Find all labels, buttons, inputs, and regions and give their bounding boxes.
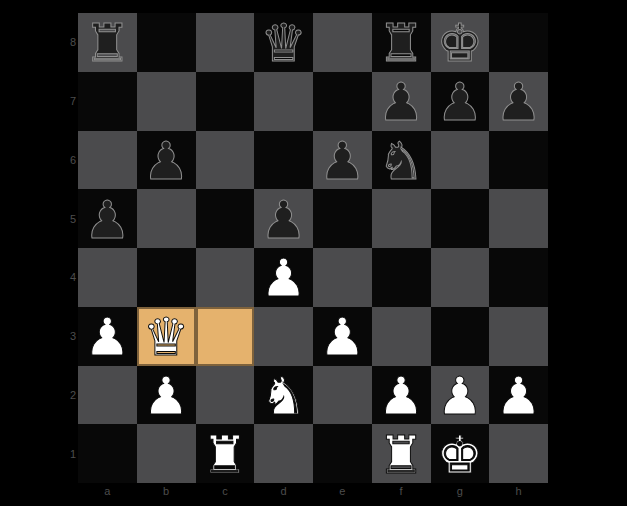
black-king-piece[interactable]: ♚ xyxy=(437,17,484,69)
square-g7[interactable]: ♟ xyxy=(431,72,490,131)
square-b2[interactable]: ♟ xyxy=(137,366,196,425)
square-e6[interactable]: ♟ xyxy=(313,131,372,190)
square-c5[interactable] xyxy=(196,189,255,248)
square-a7[interactable] xyxy=(78,72,137,131)
chess-app: 87654321 ♜♛♜♚♟♟♟♟♟♞♟♟♟♟♛♟♟♞♟♟♟♜♜♚ abcdef… xyxy=(0,0,627,506)
square-a6[interactable] xyxy=(78,131,137,190)
square-e8[interactable] xyxy=(313,13,372,72)
square-f7[interactable]: ♟ xyxy=(372,72,431,131)
square-d3[interactable] xyxy=(254,307,313,366)
square-g5[interactable] xyxy=(431,189,490,248)
square-c7[interactable] xyxy=(196,72,255,131)
file-label-d: d xyxy=(254,483,313,501)
file-label-b: b xyxy=(137,483,196,501)
square-h2[interactable]: ♟ xyxy=(489,366,548,425)
square-g6[interactable] xyxy=(431,131,490,190)
square-b1[interactable] xyxy=(137,424,196,483)
white-pawn-piece[interactable]: ♟ xyxy=(319,311,366,363)
square-a3[interactable]: ♟ xyxy=(78,307,137,366)
square-h1[interactable] xyxy=(489,424,548,483)
square-g2[interactable]: ♟ xyxy=(431,366,490,425)
square-e7[interactable] xyxy=(313,72,372,131)
square-d2[interactable]: ♞ xyxy=(254,366,313,425)
black-rook-piece[interactable]: ♜ xyxy=(378,17,425,69)
file-label-c: c xyxy=(196,483,255,501)
white-pawn-piece[interactable]: ♟ xyxy=(143,370,190,422)
square-c2[interactable] xyxy=(196,366,255,425)
white-rook-piece[interactable]: ♜ xyxy=(378,429,425,481)
square-d8[interactable]: ♛ xyxy=(254,13,313,72)
black-pawn-piece[interactable]: ♟ xyxy=(260,194,307,246)
square-c3[interactable] xyxy=(196,307,255,366)
black-knight-piece[interactable]: ♞ xyxy=(378,135,425,187)
file-label-h: h xyxy=(489,483,548,501)
black-pawn-piece[interactable]: ♟ xyxy=(319,135,366,187)
square-b7[interactable] xyxy=(137,72,196,131)
file-label-a: a xyxy=(78,483,137,501)
square-b6[interactable]: ♟ xyxy=(137,131,196,190)
square-g8[interactable]: ♚ xyxy=(431,13,490,72)
white-queen-piece[interactable]: ♛ xyxy=(143,311,190,363)
square-a4[interactable] xyxy=(78,248,137,307)
square-c1[interactable]: ♜ xyxy=(196,424,255,483)
file-label-f: f xyxy=(372,483,431,501)
square-c8[interactable] xyxy=(196,13,255,72)
square-f6[interactable]: ♞ xyxy=(372,131,431,190)
square-d7[interactable] xyxy=(254,72,313,131)
square-a1[interactable] xyxy=(78,424,137,483)
black-rook-piece[interactable]: ♜ xyxy=(84,17,131,69)
file-label-g: g xyxy=(431,483,490,501)
file-label-e: e xyxy=(313,483,372,501)
square-b4[interactable] xyxy=(137,248,196,307)
square-f8[interactable]: ♜ xyxy=(372,13,431,72)
black-queen-piece[interactable]: ♛ xyxy=(260,17,307,69)
square-h3[interactable] xyxy=(489,307,548,366)
square-d1[interactable] xyxy=(254,424,313,483)
white-pawn-piece[interactable]: ♟ xyxy=(84,311,131,363)
square-h8[interactable] xyxy=(489,13,548,72)
square-c4[interactable] xyxy=(196,248,255,307)
white-knight-piece[interactable]: ♞ xyxy=(260,370,307,422)
square-g1[interactable]: ♚ xyxy=(431,424,490,483)
square-a8[interactable]: ♜ xyxy=(78,13,137,72)
white-pawn-piece[interactable]: ♟ xyxy=(495,370,542,422)
square-a5[interactable]: ♟ xyxy=(78,189,137,248)
square-g3[interactable] xyxy=(431,307,490,366)
square-b3[interactable]: ♛ xyxy=(137,307,196,366)
square-h5[interactable] xyxy=(489,189,548,248)
white-rook-piece[interactable]: ♜ xyxy=(202,429,249,481)
chess-board: ♜♛♜♚♟♟♟♟♟♞♟♟♟♟♛♟♟♞♟♟♟♜♜♚ xyxy=(78,13,548,483)
square-d5[interactable]: ♟ xyxy=(254,189,313,248)
white-pawn-piece[interactable]: ♟ xyxy=(260,252,307,304)
square-e5[interactable] xyxy=(313,189,372,248)
black-pawn-piece[interactable]: ♟ xyxy=(437,76,484,128)
square-f2[interactable]: ♟ xyxy=(372,366,431,425)
square-d6[interactable] xyxy=(254,131,313,190)
black-pawn-piece[interactable]: ♟ xyxy=(495,76,542,128)
square-h7[interactable]: ♟ xyxy=(489,72,548,131)
square-h4[interactable] xyxy=(489,248,548,307)
square-c6[interactable] xyxy=(196,131,255,190)
square-e3[interactable]: ♟ xyxy=(313,307,372,366)
square-f3[interactable] xyxy=(372,307,431,366)
white-pawn-piece[interactable]: ♟ xyxy=(378,370,425,422)
black-pawn-piece[interactable]: ♟ xyxy=(84,194,131,246)
square-d4[interactable]: ♟ xyxy=(254,248,313,307)
square-e2[interactable] xyxy=(313,366,372,425)
square-f5[interactable] xyxy=(372,189,431,248)
square-h6[interactable] xyxy=(489,131,548,190)
square-b5[interactable] xyxy=(137,189,196,248)
square-f1[interactable]: ♜ xyxy=(372,424,431,483)
file-labels: abcdefgh xyxy=(78,483,548,501)
square-e4[interactable] xyxy=(313,248,372,307)
square-g4[interactable] xyxy=(431,248,490,307)
square-a2[interactable] xyxy=(78,366,137,425)
black-pawn-piece[interactable]: ♟ xyxy=(143,135,190,187)
black-pawn-piece[interactable]: ♟ xyxy=(378,76,425,128)
white-pawn-piece[interactable]: ♟ xyxy=(437,370,484,422)
white-king-piece[interactable]: ♚ xyxy=(437,429,484,481)
square-b8[interactable] xyxy=(137,13,196,72)
square-e1[interactable] xyxy=(313,424,372,483)
square-f4[interactable] xyxy=(372,248,431,307)
